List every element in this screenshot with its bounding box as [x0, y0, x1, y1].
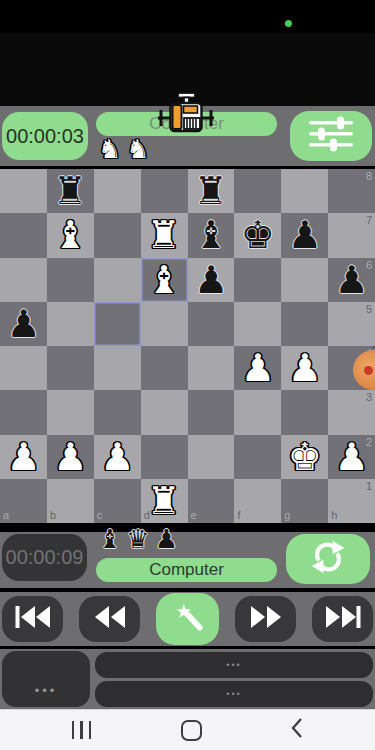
square-b1[interactable]: b — [47, 479, 94, 523]
rank-label-8: 8 — [366, 171, 372, 182]
square-e6[interactable]: ♟ — [188, 258, 235, 302]
sliders-icon — [305, 114, 357, 158]
home-icon[interactable] — [181, 720, 202, 741]
square-c5[interactable] — [94, 302, 141, 346]
black-king-f7: ♚ — [241, 216, 275, 254]
square-a6[interactable] — [0, 258, 47, 302]
square-c2[interactable]: ♟ — [94, 435, 141, 479]
square-f1[interactable]: f — [234, 479, 281, 523]
square-h3[interactable]: 3 — [328, 390, 375, 434]
square-d8[interactable] — [141, 169, 188, 213]
square-e1[interactable]: e — [188, 479, 235, 523]
square-g7[interactable]: ♟ — [281, 213, 328, 257]
white-rook-d1: ♜ — [147, 482, 181, 520]
captured-white-knight: ♞ — [98, 136, 121, 162]
engine-icon — [158, 91, 214, 145]
white-pawn-f4: ♟ — [241, 349, 275, 387]
square-b4[interactable] — [47, 346, 94, 390]
skip-to-end-icon — [324, 605, 362, 633]
white-pawn-a2: ♟ — [6, 438, 40, 476]
black-bishop-e7: ♝ — [194, 216, 228, 254]
captured-black-bishop: ♝ — [98, 526, 121, 552]
square-c1[interactable]: c — [94, 479, 141, 523]
black-pawn-a5: ♟ — [6, 305, 40, 343]
square-d3[interactable] — [141, 390, 188, 434]
square-h5[interactable]: 5 — [328, 302, 375, 346]
square-d5[interactable] — [141, 302, 188, 346]
square-a3[interactable] — [0, 390, 47, 434]
magic-wand-icon — [171, 601, 205, 637]
square-f3[interactable] — [234, 390, 281, 434]
black-pawn-e6: ♟ — [194, 261, 228, 299]
square-e8[interactable]: ♜ — [188, 169, 235, 213]
top-player-bar: 00:00:03 Computer ♞♞ — [0, 106, 375, 166]
top-player-clock: 00:00:03 — [2, 112, 88, 160]
square-b8[interactable]: ♜ — [47, 169, 94, 213]
white-king-g2: ♚ — [288, 438, 322, 476]
square-f7[interactable]: ♚ — [234, 213, 281, 257]
bottom-player-name-pill: Computer — [96, 558, 277, 582]
settings-button[interactable] — [290, 111, 372, 161]
square-b7[interactable]: ♝ — [47, 213, 94, 257]
rewind-icon — [93, 605, 127, 633]
captured-black-queen: ♛ — [126, 526, 149, 552]
file-label-f: f — [237, 510, 240, 521]
square-b2[interactable]: ♟ — [47, 435, 94, 479]
rank-label-6: 6 — [366, 260, 372, 271]
file-label-d: d — [144, 510, 150, 521]
square-e2[interactable] — [188, 435, 235, 479]
square-a8[interactable] — [0, 169, 47, 213]
square-d7[interactable]: ♜ — [141, 213, 188, 257]
square-e4[interactable] — [188, 346, 235, 390]
bottom-player-bar: 00:00:09 ♝♛♟ Computer — [0, 532, 375, 588]
menu-box-button[interactable]: ••• — [2, 651, 90, 707]
white-pawn-g4: ♟ — [288, 349, 322, 387]
square-f8[interactable] — [234, 169, 281, 213]
rank-label-7: 7 — [366, 215, 372, 226]
info-bar-2[interactable]: ••• — [95, 681, 373, 707]
square-g3[interactable] — [281, 390, 328, 434]
square-g1[interactable]: g — [281, 479, 328, 523]
board-bottom-divider — [0, 523, 375, 532]
black-rook-b8: ♜ — [53, 172, 87, 210]
square-d6[interactable]: ♝ — [141, 258, 188, 302]
skip-to-start-icon — [14, 605, 52, 633]
square-c8[interactable] — [94, 169, 141, 213]
info-bar-1[interactable]: ••• — [95, 652, 373, 678]
square-d1[interactable]: d♜ — [141, 479, 188, 523]
playback-controls — [0, 592, 375, 646]
file-label-a: a — [3, 510, 9, 521]
file-label-b: b — [50, 510, 56, 521]
square-g4[interactable]: ♟ — [281, 346, 328, 390]
square-b6[interactable] — [47, 258, 94, 302]
square-h6[interactable]: 6♟ — [328, 258, 375, 302]
rank-label-2: 2 — [366, 437, 372, 448]
square-d2[interactable] — [141, 435, 188, 479]
black-pawn-g7: ♟ — [288, 216, 322, 254]
square-a2[interactable]: ♟ — [0, 435, 47, 479]
rank-label-3: 3 — [366, 392, 372, 403]
square-e5[interactable] — [188, 302, 235, 346]
square-b5[interactable] — [47, 302, 94, 346]
square-a7[interactable] — [0, 213, 47, 257]
white-pawn-c2: ♟ — [100, 438, 134, 476]
square-f5[interactable] — [234, 302, 281, 346]
fast-forward-button[interactable] — [235, 596, 296, 642]
bottom-panels: ••• ••• ••• — [0, 649, 375, 709]
black-rook-e8: ♜ — [194, 172, 228, 210]
square-f6[interactable] — [234, 258, 281, 302]
refresh-icon — [308, 537, 348, 581]
fast-forward-icon — [249, 605, 283, 633]
square-d4[interactable] — [141, 346, 188, 390]
square-e7[interactable]: ♝ — [188, 213, 235, 257]
file-label-g: g — [284, 510, 290, 521]
square-h8[interactable]: 8 — [328, 169, 375, 213]
skip-to-start-button[interactable] — [2, 596, 63, 642]
white-rook-d7: ♜ — [147, 216, 181, 254]
square-b3[interactable] — [47, 390, 94, 434]
square-h1[interactable]: 1h — [328, 479, 375, 523]
square-a1[interactable]: a — [0, 479, 47, 523]
square-g5[interactable] — [281, 302, 328, 346]
square-e3[interactable] — [188, 390, 235, 434]
status-dot-icon — [285, 20, 292, 27]
square-c6[interactable] — [94, 258, 141, 302]
android-nav-bar — [0, 709, 375, 750]
square-c7[interactable] — [94, 213, 141, 257]
skip-to-end-button[interactable] — [312, 596, 373, 642]
white-pawn-h2: ♟ — [335, 438, 369, 476]
rank-label-5: 5 — [366, 304, 372, 315]
white-bishop-d6: ♝ — [147, 261, 181, 299]
rewind-button[interactable] — [79, 596, 140, 642]
restart-button[interactable] — [286, 534, 370, 584]
white-pawn-b2: ♟ — [53, 438, 87, 476]
square-c3[interactable] — [94, 390, 141, 434]
bottom-captured-pieces: ♝♛♟ — [98, 526, 178, 552]
square-g8[interactable] — [281, 169, 328, 213]
square-h2[interactable]: 2♟ — [328, 435, 375, 479]
magic-wand-button[interactable] — [156, 593, 219, 645]
square-a4[interactable] — [0, 346, 47, 390]
captured-black-pawn: ♟ — [155, 526, 178, 552]
captured-white-knight: ♞ — [126, 136, 149, 162]
rank-label-1: 1 — [366, 481, 372, 492]
square-f2[interactable] — [234, 435, 281, 479]
file-label-h: h — [331, 510, 337, 521]
square-f4[interactable]: ♟ — [234, 346, 281, 390]
square-g6[interactable] — [281, 258, 328, 302]
board: ♜♜8♝♜♝♚♟7♝♟6♟♟5♟♟43♟♟♟♚2♟abcd♜efg1h — [0, 169, 375, 523]
square-c4[interactable] — [94, 346, 141, 390]
back-icon[interactable] — [291, 717, 303, 743]
square-g2[interactable]: ♚ — [281, 435, 328, 479]
file-label-e: e — [191, 510, 197, 521]
black-pawn-h6: ♟ — [335, 261, 369, 299]
white-bishop-b7: ♝ — [53, 216, 87, 254]
recents-icon[interactable] — [72, 721, 91, 739]
square-h7[interactable]: 7 — [328, 213, 375, 257]
bottom-player-clock: 00:00:09 — [2, 534, 87, 581]
top-captured-pieces: ♞♞ — [98, 136, 150, 162]
file-label-c: c — [97, 510, 103, 521]
square-a5[interactable]: ♟ — [0, 302, 47, 346]
